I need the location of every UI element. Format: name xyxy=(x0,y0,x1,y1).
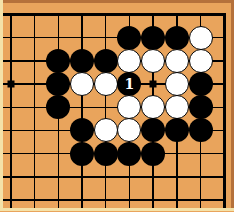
black-stone[interactable] xyxy=(189,72,213,96)
intersection[interactable] xyxy=(23,3,47,26)
intersection[interactable] xyxy=(165,26,189,49)
intersection[interactable] xyxy=(165,96,189,119)
white-stone[interactable] xyxy=(117,95,141,119)
white-stone[interactable] xyxy=(189,26,213,50)
intersection[interactable] xyxy=(0,142,23,165)
intersection[interactable] xyxy=(94,3,118,26)
black-stone[interactable] xyxy=(70,118,94,142)
black-stone[interactable] xyxy=(46,72,70,96)
intersection[interactable] xyxy=(165,3,189,26)
frame-right-edge xyxy=(231,0,234,211)
go-board: 1 xyxy=(0,3,234,211)
black-stone[interactable] xyxy=(70,142,94,166)
intersection[interactable] xyxy=(118,142,142,165)
intersection[interactable] xyxy=(94,26,118,49)
intersection[interactable] xyxy=(47,26,71,49)
white-stone[interactable] xyxy=(189,49,213,73)
intersection[interactable] xyxy=(0,96,23,119)
black-stone[interactable] xyxy=(117,142,141,166)
intersection[interactable] xyxy=(141,96,165,119)
intersection[interactable] xyxy=(70,72,94,95)
intersection[interactable] xyxy=(189,72,213,95)
intersection[interactable] xyxy=(47,49,71,72)
intersection[interactable] xyxy=(0,3,23,26)
star-point xyxy=(150,81,157,88)
intersection[interactable] xyxy=(70,119,94,142)
intersection[interactable] xyxy=(118,165,142,188)
intersection[interactable] xyxy=(141,119,165,142)
intersection[interactable] xyxy=(23,119,47,142)
black-stone[interactable] xyxy=(46,49,70,73)
intersection[interactable] xyxy=(94,142,118,165)
intersection[interactable] xyxy=(0,119,23,142)
go-diagram: 1 xyxy=(0,0,234,211)
move-number-label: 1 xyxy=(125,77,135,91)
intersection[interactable] xyxy=(141,165,165,188)
white-stone[interactable] xyxy=(117,118,141,142)
black-stone[interactable] xyxy=(141,26,165,50)
intersection[interactable] xyxy=(70,96,94,119)
intersection[interactable] xyxy=(165,142,189,165)
intersection[interactable] xyxy=(118,96,142,119)
intersection[interactable] xyxy=(165,119,189,142)
intersection[interactable] xyxy=(70,49,94,72)
black-stone[interactable] xyxy=(70,49,94,73)
white-stone[interactable] xyxy=(94,72,118,96)
intersection[interactable] xyxy=(23,165,47,188)
intersection[interactable] xyxy=(189,165,213,188)
black-stone[interactable] xyxy=(165,118,189,142)
intersection[interactable] xyxy=(23,26,47,49)
intersection[interactable] xyxy=(189,96,213,119)
intersection[interactable] xyxy=(165,165,189,188)
black-stone[interactable] xyxy=(141,142,165,166)
intersection[interactable] xyxy=(118,26,142,49)
intersection[interactable] xyxy=(0,49,23,72)
intersection[interactable] xyxy=(141,49,165,72)
intersection[interactable] xyxy=(23,49,47,72)
white-stone[interactable] xyxy=(117,49,141,73)
intersection[interactable] xyxy=(189,119,213,142)
intersection[interactable] xyxy=(94,49,118,72)
intersection[interactable] xyxy=(141,3,165,26)
intersection[interactable] xyxy=(47,3,71,26)
white-stone[interactable] xyxy=(165,49,189,73)
white-stone[interactable] xyxy=(165,72,189,96)
frame-bottom-edge xyxy=(0,208,234,212)
intersection[interactable] xyxy=(94,72,118,95)
intersection[interactable] xyxy=(165,72,189,95)
intersection[interactable] xyxy=(189,26,213,49)
intersection[interactable] xyxy=(118,49,142,72)
intersection[interactable] xyxy=(94,96,118,119)
intersection[interactable] xyxy=(0,72,23,95)
intersection[interactable] xyxy=(47,165,71,188)
intersection[interactable] xyxy=(70,3,94,26)
black-stone[interactable] xyxy=(165,26,189,50)
intersection[interactable]: 1 xyxy=(118,72,142,95)
intersection[interactable] xyxy=(141,142,165,165)
intersection[interactable] xyxy=(189,3,213,26)
black-stone[interactable] xyxy=(117,26,141,50)
intersection[interactable] xyxy=(94,165,118,188)
intersection[interactable] xyxy=(23,96,47,119)
white-stone[interactable] xyxy=(141,95,165,119)
black-stone[interactable] xyxy=(189,118,213,142)
white-stone[interactable] xyxy=(94,118,118,142)
star-point xyxy=(8,81,15,88)
intersection[interactable] xyxy=(0,26,23,49)
intersection[interactable] xyxy=(141,72,165,95)
white-stone[interactable] xyxy=(141,49,165,73)
intersection[interactable] xyxy=(189,142,213,165)
frame-top-edge xyxy=(0,0,234,3)
intersection[interactable] xyxy=(23,72,47,95)
black-stone[interactable] xyxy=(94,142,118,166)
intersection[interactable] xyxy=(94,119,118,142)
intersection[interactable] xyxy=(70,26,94,49)
frame-left-edge xyxy=(0,0,3,211)
intersection[interactable] xyxy=(118,119,142,142)
black-stone[interactable] xyxy=(46,95,70,119)
intersection[interactable] xyxy=(47,96,71,119)
intersection[interactable] xyxy=(141,26,165,49)
intersection[interactable] xyxy=(47,72,71,95)
intersection[interactable] xyxy=(47,142,71,165)
intersection[interactable] xyxy=(23,142,47,165)
white-stone[interactable] xyxy=(165,95,189,119)
move-1-black-stone[interactable]: 1 xyxy=(117,72,141,96)
intersection[interactable] xyxy=(118,3,142,26)
black-stone[interactable] xyxy=(94,49,118,73)
intersection[interactable] xyxy=(189,49,213,72)
intersection[interactable] xyxy=(165,49,189,72)
black-stone[interactable] xyxy=(141,118,165,142)
white-stone[interactable] xyxy=(70,72,94,96)
intersection[interactable] xyxy=(70,142,94,165)
intersection[interactable] xyxy=(70,165,94,188)
black-stone[interactable] xyxy=(189,95,213,119)
intersection[interactable] xyxy=(0,165,23,188)
intersection[interactable] xyxy=(47,119,71,142)
